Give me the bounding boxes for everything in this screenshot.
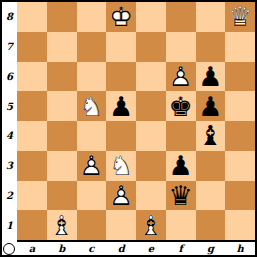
white-bishop-outline-icon: ♗ bbox=[136, 210, 166, 240]
square-d3[interactable]: ♞♘ bbox=[106, 151, 136, 181]
black-queen-icon: ♛ bbox=[166, 181, 196, 211]
square-e5[interactable] bbox=[136, 91, 166, 121]
chess-diagram: 87654321 ♚♔♛♕♟♙♟♞♘♟♚♟♝♟♙♞♘♟♟♙♛♝♗♝♗ abcde… bbox=[0, 0, 257, 257]
white-king-icon: ♚ bbox=[106, 2, 136, 32]
square-g3[interactable] bbox=[196, 151, 226, 181]
rank-label-4: 4 bbox=[2, 121, 17, 151]
square-a5[interactable] bbox=[17, 91, 47, 121]
rank-label-6: 6 bbox=[2, 62, 17, 92]
square-b5[interactable] bbox=[47, 91, 77, 121]
square-g7[interactable] bbox=[196, 32, 226, 62]
square-e7[interactable] bbox=[136, 32, 166, 62]
square-b6[interactable] bbox=[47, 62, 77, 92]
rank-labels: 87654321 bbox=[2, 2, 17, 240]
square-h8[interactable]: ♛♕ bbox=[225, 2, 255, 32]
white-pawn-outline-icon: ♙ bbox=[77, 151, 107, 181]
white-pawn-icon: ♟ bbox=[106, 181, 136, 211]
square-g1[interactable] bbox=[196, 210, 226, 240]
square-c2[interactable] bbox=[77, 181, 107, 211]
square-f6[interactable]: ♟♙ bbox=[166, 62, 196, 92]
white-knight-outline-icon: ♘ bbox=[77, 91, 107, 121]
square-d7[interactable] bbox=[106, 32, 136, 62]
square-f7[interactable] bbox=[166, 32, 196, 62]
square-d1[interactable] bbox=[106, 210, 136, 240]
white-knight-icon: ♞ bbox=[77, 91, 107, 121]
black-bishop-icon: ♝ bbox=[196, 121, 226, 151]
square-h6[interactable] bbox=[225, 62, 255, 92]
white-queen-icon: ♛ bbox=[225, 2, 255, 32]
white-queen-outline-icon: ♕ bbox=[225, 2, 255, 32]
square-f2[interactable]: ♛ bbox=[166, 181, 196, 211]
square-e8[interactable] bbox=[136, 2, 166, 32]
white-pawn-outline-icon: ♙ bbox=[106, 181, 136, 211]
square-a7[interactable] bbox=[17, 32, 47, 62]
square-a2[interactable] bbox=[17, 181, 47, 211]
square-c5[interactable]: ♞♘ bbox=[77, 91, 107, 121]
file-label-g: g bbox=[196, 242, 226, 255]
black-king-icon: ♚ bbox=[166, 91, 196, 121]
square-c7[interactable] bbox=[77, 32, 107, 62]
side-to-move-indicator bbox=[3, 243, 15, 255]
square-f5[interactable]: ♚ bbox=[166, 91, 196, 121]
white-knight-icon: ♞ bbox=[106, 151, 136, 181]
square-b8[interactable] bbox=[47, 2, 77, 32]
square-f4[interactable] bbox=[166, 121, 196, 151]
square-h5[interactable] bbox=[225, 91, 255, 121]
square-h3[interactable] bbox=[225, 151, 255, 181]
white-pawn-icon: ♟ bbox=[166, 62, 196, 92]
white-knight-outline-icon: ♘ bbox=[106, 151, 136, 181]
square-b7[interactable] bbox=[47, 32, 77, 62]
file-label-h: h bbox=[225, 242, 255, 255]
rank-label-1: 1 bbox=[2, 210, 17, 240]
square-a4[interactable] bbox=[17, 121, 47, 151]
square-a1[interactable] bbox=[17, 210, 47, 240]
square-e3[interactable] bbox=[136, 151, 166, 181]
square-e2[interactable] bbox=[136, 181, 166, 211]
white-bishop-outline-icon: ♗ bbox=[47, 210, 77, 240]
rank-label-7: 7 bbox=[2, 32, 17, 62]
square-b3[interactable] bbox=[47, 151, 77, 181]
rank-label-5: 5 bbox=[2, 91, 17, 121]
square-f3[interactable]: ♟ bbox=[166, 151, 196, 181]
square-d2[interactable]: ♟♙ bbox=[106, 181, 136, 211]
square-g5[interactable]: ♟ bbox=[196, 91, 226, 121]
white-bishop-icon: ♝ bbox=[47, 210, 77, 240]
file-label-e: e bbox=[136, 242, 166, 255]
square-d6[interactable] bbox=[106, 62, 136, 92]
square-b2[interactable] bbox=[47, 181, 77, 211]
square-c3[interactable]: ♟♙ bbox=[77, 151, 107, 181]
square-g4[interactable]: ♝ bbox=[196, 121, 226, 151]
rank-label-8: 8 bbox=[2, 2, 17, 32]
square-g2[interactable] bbox=[196, 181, 226, 211]
square-a6[interactable] bbox=[17, 62, 47, 92]
black-pawn-icon: ♟ bbox=[166, 151, 196, 181]
file-labels: abcdefgh bbox=[17, 242, 255, 255]
black-pawn-icon: ♟ bbox=[196, 62, 226, 92]
square-g8[interactable] bbox=[196, 2, 226, 32]
square-c4[interactable] bbox=[77, 121, 107, 151]
board: ♚♔♛♕♟♙♟♞♘♟♚♟♝♟♙♞♘♟♟♙♛♝♗♝♗ bbox=[17, 2, 255, 242]
square-h4[interactable] bbox=[225, 121, 255, 151]
square-b1[interactable]: ♝♗ bbox=[47, 210, 77, 240]
rank-label-2: 2 bbox=[2, 181, 17, 211]
square-e4[interactable] bbox=[136, 121, 166, 151]
file-label-a: a bbox=[17, 242, 47, 255]
square-e1[interactable]: ♝♗ bbox=[136, 210, 166, 240]
file-label-c: c bbox=[77, 242, 107, 255]
white-pawn-icon: ♟ bbox=[77, 151, 107, 181]
square-h7[interactable] bbox=[225, 32, 255, 62]
file-label-f: f bbox=[166, 242, 196, 255]
white-bishop-icon: ♝ bbox=[136, 210, 166, 240]
square-b4[interactable] bbox=[47, 121, 77, 151]
file-label-d: d bbox=[106, 242, 136, 255]
square-a8[interactable] bbox=[17, 2, 47, 32]
square-g6[interactable]: ♟ bbox=[196, 62, 226, 92]
square-h1[interactable] bbox=[225, 210, 255, 240]
square-a3[interactable] bbox=[17, 151, 47, 181]
square-c8[interactable] bbox=[77, 2, 107, 32]
black-pawn-icon: ♟ bbox=[106, 91, 136, 121]
white-pawn-outline-icon: ♙ bbox=[166, 62, 196, 92]
square-d8[interactable]: ♚♔ bbox=[106, 2, 136, 32]
square-d5[interactable]: ♟ bbox=[106, 91, 136, 121]
square-d4[interactable] bbox=[106, 121, 136, 151]
file-label-b: b bbox=[47, 242, 77, 255]
square-e6[interactable] bbox=[136, 62, 166, 92]
square-f8[interactable] bbox=[166, 2, 196, 32]
square-f1[interactable] bbox=[166, 210, 196, 240]
square-c1[interactable] bbox=[77, 210, 107, 240]
white-king-outline-icon: ♔ bbox=[106, 2, 136, 32]
black-pawn-icon: ♟ bbox=[196, 91, 226, 121]
square-c6[interactable] bbox=[77, 62, 107, 92]
rank-label-3: 3 bbox=[2, 151, 17, 181]
square-h2[interactable] bbox=[225, 181, 255, 211]
